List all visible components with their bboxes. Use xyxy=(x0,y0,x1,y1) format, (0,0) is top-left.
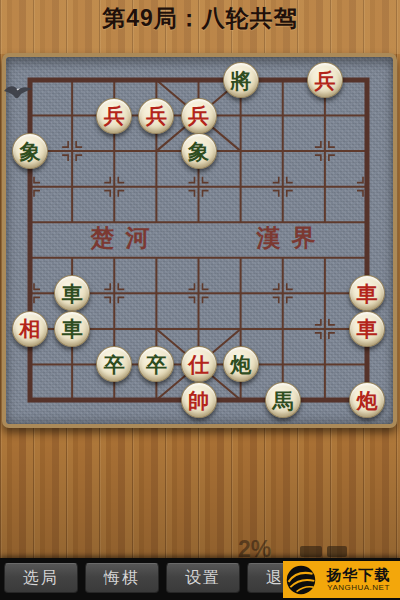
river-label-right: 漢界 xyxy=(246,222,327,254)
piece-red-c4r8[interactable]: 仕 xyxy=(181,346,217,382)
undo-move-button[interactable]: 悔棋 xyxy=(85,563,159,593)
piece-red-c7r0[interactable]: 兵 xyxy=(307,62,343,98)
piece-character: 車 xyxy=(357,283,378,304)
piece-character: 馬 xyxy=(272,390,293,411)
piece-character: 卒 xyxy=(146,354,167,375)
piece-black-c2r8[interactable]: 卒 xyxy=(96,346,132,382)
piece-character: 兵 xyxy=(104,105,125,126)
piece-red-c8r9[interactable]: 炮 xyxy=(349,382,385,418)
watermark-domain: YANGHUA.NET xyxy=(317,584,400,592)
river-label-left: 楚河 xyxy=(80,222,161,254)
piece-character: 兵 xyxy=(188,105,209,126)
piece-black-c3r8[interactable]: 卒 xyxy=(138,346,174,382)
yanghua-swirl-icon xyxy=(285,564,317,596)
piece-red-c8r7[interactable]: 車 xyxy=(349,311,385,347)
piece-black-c0r2[interactable]: 象 xyxy=(12,133,48,169)
piece-character: 象 xyxy=(188,141,209,162)
faded-watermark-block xyxy=(300,546,322,557)
piece-black-c5r8[interactable]: 炮 xyxy=(223,346,259,382)
piece-black-c5r0[interactable]: 將 xyxy=(223,62,259,98)
yanghua-watermark: 扬华下载 YANGHUA.NET xyxy=(283,561,400,598)
piece-black-c1r6[interactable]: 車 xyxy=(54,275,90,311)
faded-watermark-block xyxy=(327,546,347,557)
piece-character: 卒 xyxy=(104,354,125,375)
piece-red-c0r7[interactable]: 相 xyxy=(12,311,48,347)
piece-character: 仕 xyxy=(188,354,209,375)
watermark-name: 扬华下载 xyxy=(317,567,400,582)
piece-red-c4r9[interactable]: 帥 xyxy=(181,382,217,418)
piece-character: 帥 xyxy=(188,390,209,411)
piece-character: 車 xyxy=(62,283,83,304)
piece-character: 相 xyxy=(20,318,41,339)
piece-black-c6r9[interactable]: 馬 xyxy=(265,382,301,418)
piece-character: 兵 xyxy=(314,70,335,91)
piece-red-c4r1[interactable]: 兵 xyxy=(181,98,217,134)
level-title: 第49局：八轮共驾 xyxy=(0,3,400,34)
bird-decoration-icon xyxy=(3,82,33,102)
piece-character: 炮 xyxy=(357,390,378,411)
piece-character: 炮 xyxy=(230,354,251,375)
piece-character: 象 xyxy=(20,141,41,162)
piece-red-c8r6[interactable]: 車 xyxy=(349,275,385,311)
piece-red-c3r1[interactable]: 兵 xyxy=(138,98,174,134)
piece-black-c4r2[interactable]: 象 xyxy=(181,133,217,169)
select-game-button[interactable]: 选局 xyxy=(4,563,78,593)
piece-character: 車 xyxy=(62,318,83,339)
piece-character: 兵 xyxy=(146,105,167,126)
piece-character: 車 xyxy=(357,318,378,339)
settings-button[interactable]: 设置 xyxy=(166,563,240,593)
piece-character: 將 xyxy=(230,70,251,91)
piece-black-c1r7[interactable]: 車 xyxy=(54,311,90,347)
piece-red-c2r1[interactable]: 兵 xyxy=(96,98,132,134)
